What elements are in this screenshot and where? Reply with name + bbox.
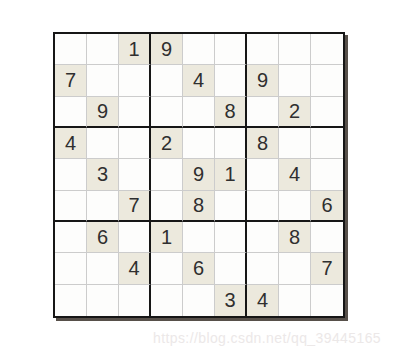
cell-r2c9[interactable]	[311, 65, 343, 96]
cell-r2c6[interactable]	[215, 65, 247, 96]
cell-r5c1[interactable]	[55, 159, 87, 190]
cell-r2c2[interactable]	[87, 65, 119, 96]
cell-r7c6[interactable]	[215, 222, 247, 253]
cell-r6c3[interactable]: 7	[119, 191, 151, 222]
cell-r2c5[interactable]: 4	[183, 65, 215, 96]
cell-r1c2[interactable]	[87, 34, 119, 65]
cell-r3c8[interactable]: 2	[279, 97, 311, 128]
cell-r3c3[interactable]	[119, 97, 151, 128]
cell-r4c5[interactable]	[183, 128, 215, 159]
cell-r4c2[interactable]	[87, 128, 119, 159]
cell-r6c1[interactable]	[55, 191, 87, 222]
cell-r1c4[interactable]: 9	[151, 34, 183, 65]
cell-r9c2[interactable]	[87, 285, 119, 316]
cell-r3c7[interactable]	[247, 97, 279, 128]
cell-r9c7[interactable]: 4	[247, 285, 279, 316]
cell-r9c9[interactable]	[311, 285, 343, 316]
sudoku-board: 19749982428391478661846734	[53, 32, 345, 318]
cell-r7c1[interactable]	[55, 222, 87, 253]
cell-r9c4[interactable]	[151, 285, 183, 316]
cell-r9c8[interactable]	[279, 285, 311, 316]
cell-r7c3[interactable]	[119, 222, 151, 253]
cell-r7c9[interactable]	[311, 222, 343, 253]
cell-r1c5[interactable]	[183, 34, 215, 65]
cell-r4c8[interactable]	[279, 128, 311, 159]
cell-r7c7[interactable]	[247, 222, 279, 253]
cell-r5c3[interactable]	[119, 159, 151, 190]
cell-r5c7[interactable]	[247, 159, 279, 190]
cell-r7c8[interactable]: 8	[279, 222, 311, 253]
cell-r3c1[interactable]	[55, 97, 87, 128]
cell-r8c8[interactable]	[279, 253, 311, 284]
cell-r9c6[interactable]: 3	[215, 285, 247, 316]
cell-r1c3[interactable]: 1	[119, 34, 151, 65]
cell-r4c4[interactable]: 2	[151, 128, 183, 159]
cell-r8c1[interactable]	[55, 253, 87, 284]
cell-r3c5[interactable]	[183, 97, 215, 128]
cell-r5c4[interactable]	[151, 159, 183, 190]
cell-r2c8[interactable]	[279, 65, 311, 96]
cell-r6c2[interactable]	[87, 191, 119, 222]
cell-r3c4[interactable]	[151, 97, 183, 128]
cell-r6c7[interactable]	[247, 191, 279, 222]
cell-r1c8[interactable]	[279, 34, 311, 65]
cell-r6c6[interactable]	[215, 191, 247, 222]
cell-r9c1[interactable]	[55, 285, 87, 316]
watermark-url: https://blog.csdn.net/qq_39445165	[153, 330, 408, 346]
cell-r9c3[interactable]	[119, 285, 151, 316]
cell-r1c9[interactable]	[311, 34, 343, 65]
cell-r3c6[interactable]: 8	[215, 97, 247, 128]
cell-r4c3[interactable]	[119, 128, 151, 159]
cell-r8c7[interactable]	[247, 253, 279, 284]
cell-r8c4[interactable]	[151, 253, 183, 284]
cell-r6c4[interactable]	[151, 191, 183, 222]
cell-r8c5[interactable]: 6	[183, 253, 215, 284]
cell-r4c1[interactable]: 4	[55, 128, 87, 159]
cell-r4c9[interactable]	[311, 128, 343, 159]
cell-r9c5[interactable]	[183, 285, 215, 316]
cell-r5c9[interactable]	[311, 159, 343, 190]
cell-r1c7[interactable]	[247, 34, 279, 65]
cell-r4c7[interactable]: 8	[247, 128, 279, 159]
cell-r5c8[interactable]: 4	[279, 159, 311, 190]
cell-r5c5[interactable]: 9	[183, 159, 215, 190]
cell-r3c2[interactable]: 9	[87, 97, 119, 128]
cell-r6c9[interactable]: 6	[311, 191, 343, 222]
cell-r8c3[interactable]: 4	[119, 253, 151, 284]
cell-r5c6[interactable]: 1	[215, 159, 247, 190]
cell-r2c7[interactable]: 9	[247, 65, 279, 96]
cell-r8c2[interactable]	[87, 253, 119, 284]
page: 19749982428391478661846734 https://blog.…	[0, 0, 410, 355]
cell-r8c6[interactable]	[215, 253, 247, 284]
cell-r8c9[interactable]: 7	[311, 253, 343, 284]
cell-r2c3[interactable]	[119, 65, 151, 96]
cell-r2c1[interactable]: 7	[55, 65, 87, 96]
cell-r3c9[interactable]	[311, 97, 343, 128]
cell-r1c6[interactable]	[215, 34, 247, 65]
cell-r6c5[interactable]: 8	[183, 191, 215, 222]
cell-r6c8[interactable]	[279, 191, 311, 222]
cell-r5c2[interactable]: 3	[87, 159, 119, 190]
cell-r7c4[interactable]: 1	[151, 222, 183, 253]
cell-r2c4[interactable]	[151, 65, 183, 96]
cell-r7c5[interactable]	[183, 222, 215, 253]
cell-r1c1[interactable]	[55, 34, 87, 65]
cell-r4c6[interactable]	[215, 128, 247, 159]
cell-r7c2[interactable]: 6	[87, 222, 119, 253]
